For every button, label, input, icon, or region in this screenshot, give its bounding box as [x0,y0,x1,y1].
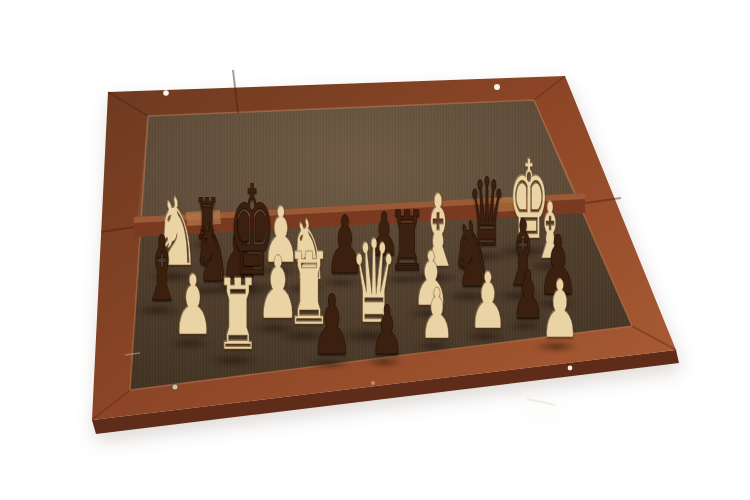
dark-pawn-glyph: ♟ [312,284,353,367]
pieces-layer: ♞♟♜♟♞♟♜♛♝♟♟♚♝♟♟♝♜♞♟♚♟♟♟♜♟♞♛♝♟♟ [0,0,750,500]
photo-stage: ♞♟♜♟♞♟♜♛♝♟♟♚♝♟♟♝♜♞♟♚♟♟♟♜♟♞♛♝♟♟ [0,0,750,500]
white-rook-glyph: ♜ [216,266,260,364]
white-pawn-glyph: ♟ [540,270,579,350]
white-pawn-glyph: ♟ [420,279,455,349]
dark-pawn-glyph: ♟ [370,297,404,365]
white-pawn-glyph: ♟ [173,264,214,347]
white-pawn-glyph: ♟ [469,262,507,340]
